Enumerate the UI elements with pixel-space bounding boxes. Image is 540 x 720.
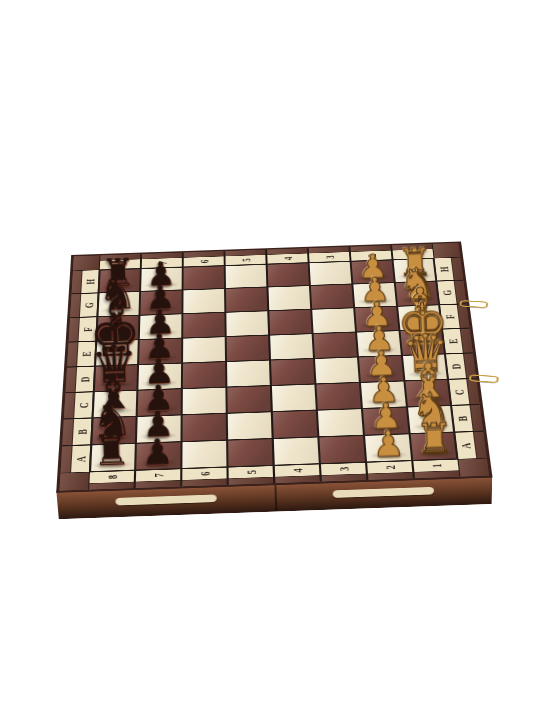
rank-label-pad: 4 — [275, 464, 320, 476]
rank-label-pad: 2 — [367, 461, 412, 473]
photo-scene: 87654321HHGGFFEEDDCCBBAA87654321 ♜♟♟♜♞♟♟… — [0, 0, 540, 720]
frame-corner — [73, 256, 99, 271]
file-label-pad-text: G — [440, 290, 453, 296]
rank-label-pad-text: 5 — [239, 258, 251, 262]
piece-cell — [317, 409, 364, 437]
rank-label-6: 6 — [181, 468, 228, 487]
chess-board: 87654321HHGGFFEEDDCCBBAA87654321 ♜♟♟♜♞♟♟… — [56, 241, 492, 492]
rank-label-8: 8 — [99, 254, 141, 269]
piece-cell — [267, 262, 310, 287]
frame-corner — [458, 459, 489, 477]
piece-cell — [273, 437, 320, 466]
rank-label-pad: 5 — [226, 255, 266, 265]
file-label-pad-text: B — [75, 429, 89, 435]
file-label-c: C — [449, 378, 480, 405]
piece-cell — [226, 386, 271, 414]
rank-label-5: 5 — [224, 250, 266, 265]
rank-label-pad-text: 5 — [244, 470, 258, 475]
rank-label-4: 4 — [274, 464, 321, 483]
rank-label-6: 6 — [183, 251, 225, 266]
piece-cell — [272, 410, 319, 438]
piece-cell: ♟ — [364, 434, 412, 463]
file-label-pad: C — [74, 392, 93, 418]
rank-label-pad: 3 — [321, 463, 366, 475]
rank-label-8: 8 — [88, 471, 135, 490]
rank-label-3: 3 — [308, 247, 351, 262]
piece-cell — [182, 362, 227, 389]
file-label-pad-text: D — [78, 376, 91, 382]
piece-cell — [182, 413, 228, 441]
file-label-pad: A — [71, 445, 90, 472]
rank-label-2: 2 — [366, 461, 414, 480]
file-label-pad-text: C — [452, 389, 466, 395]
piece-cell — [313, 332, 358, 358]
piece-cell: ♟ — [135, 442, 181, 471]
rank-label-pad-text: 6 — [198, 471, 212, 476]
board-perspective-wrap: 87654321HHGGFFEEDDCCBBAA87654321 ♜♟♟♜♞♟♟… — [56, 241, 492, 492]
file-label-h: H — [434, 257, 463, 281]
file-label-g: G — [70, 293, 98, 318]
rank-label-pad: 3 — [309, 252, 350, 262]
rank-label-pad-text: 7 — [151, 473, 165, 478]
rank-label-pad-text: 2 — [365, 254, 378, 258]
rank-label-pad-text: 8 — [114, 263, 126, 267]
frame-corner — [60, 472, 89, 490]
piece-cell — [225, 287, 268, 312]
front-inlay-right — [333, 487, 434, 498]
file-label-a: A — [455, 431, 487, 459]
file-label-pad: B — [452, 405, 473, 431]
rank-label-pad-text: 4 — [281, 257, 294, 261]
rank-label-1: 1 — [391, 244, 434, 259]
file-label-pad: G — [437, 281, 456, 304]
rank-label-pad-text: 3 — [336, 467, 350, 472]
rank-label-pad: 1 — [393, 249, 434, 259]
file-label-pad-text: D — [449, 363, 463, 369]
file-label-pad-text: A — [74, 456, 88, 462]
file-label-pad-text: A — [459, 442, 473, 448]
file-label-pad-text: H — [84, 279, 97, 285]
rank-label-1: 1 — [412, 460, 460, 479]
rank-label-pad-text: 6 — [198, 260, 210, 264]
piece-cell — [226, 360, 271, 387]
file-label-a: A — [61, 445, 91, 474]
piece-cell — [309, 261, 353, 286]
rank-label-pad: 7 — [142, 258, 182, 268]
piece-cell: ♜ — [89, 443, 136, 472]
piece-cell — [226, 335, 270, 361]
file-label-pad-text: G — [82, 302, 95, 308]
piece-cell — [227, 412, 273, 440]
file-label-pad-text: H — [437, 266, 450, 272]
file-label-b: B — [62, 418, 91, 446]
rank-label-pad: 5 — [229, 466, 273, 478]
piece-white-pawn-a2: ♟ — [372, 426, 405, 461]
rank-label-pad-text: 8 — [105, 475, 119, 480]
rank-label-7: 7 — [135, 469, 182, 488]
rank-label-pad-text: 7 — [156, 261, 168, 265]
file-label-pad: A — [455, 432, 476, 459]
file-label-b: B — [452, 404, 483, 432]
rank-label-pad: 1 — [413, 460, 458, 472]
file-label-pad: B — [73, 419, 92, 445]
file-label-g: G — [437, 280, 466, 305]
rank-label-pad: 6 — [182, 468, 226, 480]
rank-label-5: 5 — [228, 466, 275, 485]
rank-label-pad: 7 — [136, 469, 180, 481]
file-label-pad: H — [81, 270, 98, 293]
rank-label-pad: 6 — [184, 256, 224, 266]
piece-cell — [181, 440, 227, 469]
piece-black-rook-a8: ♜ — [92, 429, 131, 470]
rank-label-pad-text: 1 — [407, 252, 420, 256]
piece-cell — [310, 284, 354, 309]
rank-label-pad: 8 — [100, 259, 140, 269]
piece-cell — [182, 337, 226, 363]
rank-label-pad-text: 3 — [323, 255, 336, 259]
file-label-pad: G — [80, 293, 98, 316]
rank-label-pad-text: 1 — [429, 463, 443, 468]
pieces-layer: ♜♟♟♜♞♟♟♞♝♟♟♝♚♟♟♚♛♟♟♛♝♟♟♝♞♟♟♞♜♟♟♜ — [89, 258, 459, 473]
piece-cell — [182, 288, 225, 313]
piece-cell — [270, 358, 315, 385]
piece-cell — [314, 357, 360, 384]
file-label-pad-text: C — [77, 402, 91, 408]
rank-label-pad: 4 — [267, 253, 307, 263]
piece-cell — [315, 382, 362, 410]
rank-label-pad: 8 — [89, 471, 134, 483]
front-inlay-left — [115, 494, 217, 505]
rank-label-4: 4 — [266, 248, 308, 263]
rank-label-2: 2 — [349, 245, 392, 260]
file-label-d: D — [66, 366, 95, 393]
frame-corner — [433, 243, 460, 258]
piece-cell — [318, 435, 366, 464]
chess-set-photo: 87654321HHGGFFEEDDCCBBAA87654321 ♜♟♟♜♞♟♟… — [0, 0, 540, 720]
piece-cell — [225, 264, 268, 289]
rank-label-pad-text: 2 — [383, 465, 397, 470]
file-label-h: H — [72, 270, 99, 294]
rank-label-7: 7 — [141, 253, 183, 268]
piece-cell — [227, 438, 274, 467]
rank-label-pad: 2 — [351, 251, 392, 261]
file-label-pad-text: F — [443, 314, 456, 319]
piece-white-rook-a1: ♜ — [415, 418, 454, 459]
piece-cell — [269, 334, 314, 360]
file-label-c: C — [64, 392, 93, 419]
file-label-pad: C — [449, 379, 469, 404]
piece-cell: ♜ — [410, 432, 459, 461]
rank-label-3: 3 — [320, 463, 368, 482]
file-label-pad-text: B — [455, 416, 469, 422]
front-edge-seam — [274, 485, 277, 512]
file-label-pad: H — [435, 258, 454, 281]
piece-cell — [267, 285, 311, 310]
piece-black-pawn-a7: ♟ — [141, 434, 174, 469]
rank-label-pad-text: 4 — [290, 468, 304, 473]
file-label-pad-text: F — [81, 327, 94, 332]
